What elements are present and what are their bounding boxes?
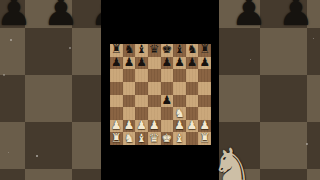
background-knight-watermark: ♞ xyxy=(211,142,252,180)
background-pawn-silhouette: ♟ xyxy=(272,0,320,31)
square-f7[interactable]: ♟ xyxy=(173,57,186,70)
dust-particle xyxy=(3,74,5,76)
square-c5[interactable] xyxy=(135,82,148,95)
black-pawn: ♟ xyxy=(111,57,122,69)
square-h1[interactable]: ♜ xyxy=(198,132,211,145)
square-b6[interactable] xyxy=(123,69,136,82)
black-pawn: ♟ xyxy=(124,57,135,69)
square-a4[interactable] xyxy=(110,95,123,108)
square-f5[interactable] xyxy=(173,82,186,95)
square-c7[interactable]: ♟ xyxy=(135,57,148,70)
square-a7[interactable]: ♟ xyxy=(110,57,123,70)
square-b5[interactable] xyxy=(123,82,136,95)
white-rook: ♜ xyxy=(111,132,122,144)
square-e6[interactable] xyxy=(161,69,174,82)
black-pawn: ♟ xyxy=(199,57,210,69)
square-f1[interactable]: ♝ xyxy=(173,132,186,145)
square-h4[interactable] xyxy=(198,95,211,108)
square-d6[interactable] xyxy=(148,69,161,82)
background-pawn-silhouette: ♟ xyxy=(0,0,38,31)
square-g6[interactable] xyxy=(186,69,199,82)
black-pawn: ♟ xyxy=(162,94,173,106)
black-pawn: ♟ xyxy=(174,57,185,69)
square-b4[interactable] xyxy=(123,95,136,108)
square-e7[interactable]: ♟ xyxy=(161,57,174,70)
black-pawn: ♟ xyxy=(187,57,198,69)
white-bishop: ♝ xyxy=(174,132,185,144)
square-d1[interactable]: ♛ xyxy=(148,132,161,145)
square-g7[interactable]: ♟ xyxy=(186,57,199,70)
dust-particle xyxy=(10,39,12,41)
black-pawn: ♟ xyxy=(162,57,173,69)
square-a5[interactable] xyxy=(110,82,123,95)
square-c4[interactable] xyxy=(135,95,148,108)
square-a6[interactable] xyxy=(110,69,123,82)
square-d5[interactable] xyxy=(148,82,161,95)
square-e1[interactable]: ♚ xyxy=(161,132,174,145)
dust-particle xyxy=(313,38,314,39)
square-d8[interactable]: ♛ xyxy=(148,44,161,57)
square-h6[interactable] xyxy=(198,69,211,82)
square-e3[interactable] xyxy=(161,107,174,120)
square-h5[interactable] xyxy=(198,82,211,95)
dust-particle xyxy=(69,47,71,49)
square-e4[interactable]: ♟ xyxy=(161,95,174,108)
square-c1[interactable]: ♝ xyxy=(135,132,148,145)
black-queen: ♛ xyxy=(149,44,160,56)
white-pawn: ♟ xyxy=(187,120,198,132)
white-bishop: ♝ xyxy=(136,132,147,144)
square-g1[interactable] xyxy=(186,132,199,145)
chess-board: ♜♞♝♛♚♝♞♜♟♟♟♟♟♟♟♟♞♟♟♟♟♟♟♟♜♞♝♛♚♝♜ xyxy=(110,44,211,145)
square-b7[interactable]: ♟ xyxy=(123,57,136,70)
square-g2[interactable]: ♟ xyxy=(186,120,199,133)
square-d7[interactable] xyxy=(148,57,161,70)
square-f6[interactable] xyxy=(173,69,186,82)
white-rook: ♜ xyxy=(199,132,210,144)
black-pawn: ♟ xyxy=(136,57,147,69)
square-h7[interactable]: ♟ xyxy=(198,57,211,70)
square-g4[interactable] xyxy=(186,95,199,108)
dust-particle xyxy=(306,143,308,145)
square-b1[interactable]: ♞ xyxy=(123,132,136,145)
white-king: ♚ xyxy=(162,132,173,144)
square-a1[interactable]: ♜ xyxy=(110,132,123,145)
video-content-area: ♜♞♝♛♚♝♞♜♟♟♟♟♟♟♟♟♞♟♟♟♟♟♟♟♜♞♝♛♚♝♜ xyxy=(101,0,219,180)
white-queen: ♛ xyxy=(149,132,160,144)
dust-particle xyxy=(8,152,9,153)
square-g5[interactable] xyxy=(186,82,199,95)
dust-particle xyxy=(250,59,251,60)
background-pawn-silhouette: ♟ xyxy=(37,0,85,31)
square-c6[interactable] xyxy=(135,69,148,82)
shorts-video-frame: ♟♟♟♟♟♟♟ ♜♞♝♛♚♝♞♜♟♟♟♟♟♟♟♟♞♟♟♟♟♟♟♟♜♞♝♛♚♝♜ … xyxy=(0,0,320,180)
white-knight: ♞ xyxy=(124,132,135,144)
background-pawn-silhouette: ♟ xyxy=(225,0,273,31)
square-d4[interactable] xyxy=(148,95,161,108)
dust-particle xyxy=(36,155,38,157)
